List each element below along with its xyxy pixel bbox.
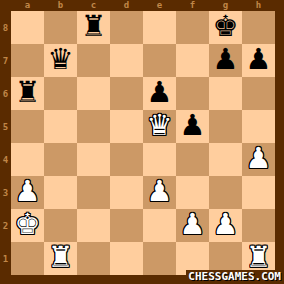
- square-b7[interactable]: ♛: [44, 44, 77, 77]
- rank-label-6: 6: [0, 77, 11, 110]
- square-f6[interactable]: [176, 77, 209, 110]
- square-e8[interactable]: [143, 11, 176, 44]
- square-c4[interactable]: [77, 143, 110, 176]
- square-h8[interactable]: [242, 11, 275, 44]
- square-c7[interactable]: [77, 44, 110, 77]
- square-h6[interactable]: [242, 77, 275, 110]
- white-queen-e5[interactable]: ♛: [147, 111, 173, 140]
- square-d8[interactable]: [110, 11, 143, 44]
- file-label-e: e: [143, 0, 176, 11]
- white-pawn-g2[interactable]: ♟: [213, 210, 239, 239]
- square-h4[interactable]: ♟: [242, 143, 275, 176]
- square-g2[interactable]: ♟: [209, 209, 242, 242]
- square-a4[interactable]: [11, 143, 44, 176]
- white-pawn-e3[interactable]: ♟: [147, 177, 173, 206]
- square-c2[interactable]: [77, 209, 110, 242]
- square-b5[interactable]: [44, 110, 77, 143]
- square-c8[interactable]: ♜: [77, 11, 110, 44]
- square-b6[interactable]: [44, 77, 77, 110]
- square-c3[interactable]: [77, 176, 110, 209]
- square-a2[interactable]: ♚: [11, 209, 44, 242]
- square-d5[interactable]: [110, 110, 143, 143]
- square-a3[interactable]: ♟: [11, 176, 44, 209]
- square-h5[interactable]: [242, 110, 275, 143]
- square-g4[interactable]: [209, 143, 242, 176]
- rank-label-8: 8: [0, 11, 11, 44]
- chessgames-watermark: CHESSGAMES.COM: [186, 270, 282, 283]
- file-label-h: h: [242, 0, 275, 11]
- square-g8[interactable]: ♚: [209, 11, 242, 44]
- black-king-g8[interactable]: ♚: [213, 12, 239, 41]
- square-c1[interactable]: [77, 242, 110, 275]
- square-g3[interactable]: [209, 176, 242, 209]
- square-f4[interactable]: [176, 143, 209, 176]
- black-queen-b7[interactable]: ♛: [48, 45, 74, 74]
- white-pawn-a3[interactable]: ♟: [15, 177, 41, 206]
- square-e3[interactable]: ♟: [143, 176, 176, 209]
- white-pawn-h4[interactable]: ♟: [246, 144, 272, 173]
- rank-label-1: 1: [0, 242, 11, 275]
- board-grid: ♜♚♛♟♟♜♟♛♟♟♟♟♚♟♟♜♜: [11, 11, 275, 275]
- rank-label-2: 2: [0, 209, 11, 242]
- square-h3[interactable]: [242, 176, 275, 209]
- black-rook-c8[interactable]: ♜: [81, 12, 107, 41]
- square-b1[interactable]: ♜: [44, 242, 77, 275]
- square-d2[interactable]: [110, 209, 143, 242]
- square-d3[interactable]: [110, 176, 143, 209]
- rank-labels: 87654321: [0, 11, 11, 275]
- white-rook-h1[interactable]: ♜: [246, 243, 272, 272]
- file-label-f: f: [176, 0, 209, 11]
- file-label-a: a: [11, 0, 44, 11]
- square-c6[interactable]: [77, 77, 110, 110]
- square-a1[interactable]: [11, 242, 44, 275]
- square-f8[interactable]: [176, 11, 209, 44]
- square-e4[interactable]: [143, 143, 176, 176]
- square-b3[interactable]: [44, 176, 77, 209]
- square-d1[interactable]: [110, 242, 143, 275]
- square-b4[interactable]: [44, 143, 77, 176]
- square-g6[interactable]: [209, 77, 242, 110]
- square-a8[interactable]: [11, 11, 44, 44]
- black-pawn-h7[interactable]: ♟: [246, 45, 272, 74]
- square-d7[interactable]: [110, 44, 143, 77]
- white-pawn-f2[interactable]: ♟: [180, 210, 206, 239]
- rank-label-3: 3: [0, 176, 11, 209]
- white-king-a2[interactable]: ♚: [15, 210, 41, 239]
- square-h2[interactable]: [242, 209, 275, 242]
- square-b8[interactable]: [44, 11, 77, 44]
- square-f7[interactable]: [176, 44, 209, 77]
- square-e2[interactable]: [143, 209, 176, 242]
- white-rook-b1[interactable]: ♜: [48, 243, 74, 272]
- square-a7[interactable]: [11, 44, 44, 77]
- rank-label-5: 5: [0, 110, 11, 143]
- square-d6[interactable]: [110, 77, 143, 110]
- square-d4[interactable]: [110, 143, 143, 176]
- square-e6[interactable]: ♟: [143, 77, 176, 110]
- black-pawn-e6[interactable]: ♟: [147, 78, 173, 107]
- square-b2[interactable]: [44, 209, 77, 242]
- square-a6[interactable]: ♜: [11, 77, 44, 110]
- file-label-d: d: [110, 0, 143, 11]
- square-g5[interactable]: [209, 110, 242, 143]
- square-g7[interactable]: ♟: [209, 44, 242, 77]
- square-c5[interactable]: [77, 110, 110, 143]
- square-h7[interactable]: ♟: [242, 44, 275, 77]
- rank-label-7: 7: [0, 44, 11, 77]
- black-pawn-f5[interactable]: ♟: [180, 111, 206, 140]
- file-label-b: b: [44, 0, 77, 11]
- square-a5[interactable]: [11, 110, 44, 143]
- black-rook-a6[interactable]: ♜: [15, 78, 41, 107]
- square-f2[interactable]: ♟: [176, 209, 209, 242]
- square-f3[interactable]: [176, 176, 209, 209]
- chess-diagram: abcdefgh 87654321 ♜♚♛♟♟♜♟♛♟♟♟♟♚♟♟♜♜ CHES…: [0, 0, 284, 284]
- black-pawn-g7[interactable]: ♟: [213, 45, 239, 74]
- square-f5[interactable]: ♟: [176, 110, 209, 143]
- square-e1[interactable]: [143, 242, 176, 275]
- square-e5[interactable]: ♛: [143, 110, 176, 143]
- rank-label-4: 4: [0, 143, 11, 176]
- square-e7[interactable]: [143, 44, 176, 77]
